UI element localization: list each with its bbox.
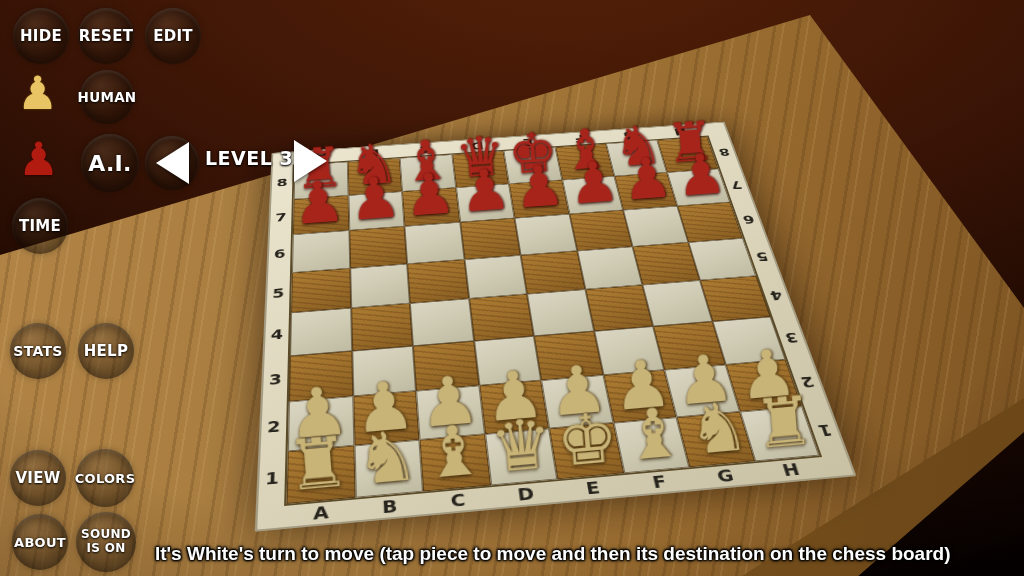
help-button[interactable]: HELP bbox=[78, 323, 134, 379]
square-a1[interactable]: ♜ bbox=[287, 445, 356, 504]
square-g4[interactable] bbox=[642, 280, 712, 326]
square-b5[interactable] bbox=[350, 264, 410, 308]
square-d7[interactable]: ♟ bbox=[456, 184, 515, 223]
piece-red-pawn[interactable]: ♟ bbox=[400, 164, 460, 224]
square-c1[interactable]: ♝ bbox=[419, 434, 490, 492]
square-b1[interactable]: ♞ bbox=[354, 439, 423, 497]
piece-red-pawn[interactable]: ♟ bbox=[455, 160, 514, 220]
square-b7[interactable]: ♟ bbox=[348, 191, 404, 230]
square-g7[interactable]: ♟ bbox=[614, 172, 677, 210]
level-down-button[interactable] bbox=[145, 136, 199, 190]
level-up-button[interactable] bbox=[283, 134, 337, 188]
edit-button[interactable]: EDIT bbox=[145, 8, 201, 64]
piece-red-pawn[interactable]: ♟ bbox=[564, 153, 622, 213]
square-d1[interactable]: ♛ bbox=[484, 428, 557, 485]
square-b4[interactable] bbox=[351, 303, 413, 350]
square-d5[interactable] bbox=[464, 255, 527, 299]
stats-button[interactable]: STATS bbox=[10, 323, 66, 379]
square-f6[interactable] bbox=[569, 210, 632, 251]
square-f5[interactable] bbox=[577, 246, 643, 289]
human-button[interactable]: HUMAN bbox=[80, 70, 134, 124]
colors-button[interactable]: COLORS bbox=[76, 449, 134, 507]
square-f7[interactable]: ♟ bbox=[562, 176, 623, 214]
square-e7[interactable]: ♟ bbox=[509, 180, 569, 218]
square-a6[interactable] bbox=[292, 230, 350, 272]
status-message: It's White's turn to move (tap piece to … bbox=[155, 543, 951, 565]
square-e5[interactable] bbox=[521, 251, 585, 294]
square-e4[interactable] bbox=[527, 289, 594, 335]
level-label: LEVEL 3 bbox=[205, 147, 293, 169]
coordinate-label: 5 bbox=[264, 272, 292, 314]
piece-white-knight[interactable]: ♞ bbox=[683, 391, 753, 465]
red-pawn-icon: ♟ bbox=[18, 136, 59, 182]
piece-white-queen[interactable]: ♛ bbox=[485, 408, 557, 483]
square-a7[interactable]: ♟ bbox=[293, 195, 349, 234]
piece-white-rook[interactable]: ♜ bbox=[749, 386, 819, 459]
square-c6[interactable] bbox=[404, 222, 464, 263]
square-d6[interactable] bbox=[460, 218, 521, 259]
about-button[interactable]: ABOUT bbox=[12, 514, 68, 570]
piece-white-bishop[interactable]: ♝ bbox=[618, 397, 689, 471]
square-e6[interactable] bbox=[515, 214, 577, 255]
piece-red-pawn[interactable]: ♟ bbox=[510, 156, 569, 216]
square-a4[interactable] bbox=[290, 308, 352, 356]
hide-button[interactable]: HIDE bbox=[13, 8, 69, 64]
time-button[interactable]: TIME bbox=[12, 198, 68, 254]
piece-white-rook[interactable]: ♜ bbox=[281, 426, 355, 502]
piece-white-bishop[interactable]: ♝ bbox=[417, 414, 490, 489]
square-c4[interactable] bbox=[410, 299, 474, 346]
reset-button[interactable]: RESET bbox=[78, 8, 134, 64]
square-e1[interactable]: ♚ bbox=[549, 422, 624, 479]
square-f1[interactable]: ♝ bbox=[613, 417, 689, 473]
square-b6[interactable] bbox=[349, 226, 407, 268]
sound-toggle-button[interactable]: SOUND IS ON bbox=[76, 512, 136, 572]
square-a5[interactable] bbox=[291, 268, 351, 313]
square-d4[interactable] bbox=[469, 294, 534, 341]
view-button[interactable]: VIEW bbox=[10, 450, 66, 506]
ai-button[interactable]: A.I. bbox=[81, 134, 139, 192]
square-c5[interactable] bbox=[407, 259, 469, 303]
square-g1[interactable]: ♞ bbox=[676, 411, 754, 467]
coordinate-label: 4 bbox=[262, 313, 291, 358]
piece-red-pawn[interactable]: ♟ bbox=[344, 168, 404, 229]
square-f4[interactable] bbox=[585, 285, 653, 331]
coordinate-label: 6 bbox=[266, 235, 293, 275]
square-c7[interactable]: ♟ bbox=[402, 187, 460, 226]
white-pawn-icon: ♟ bbox=[17, 70, 58, 116]
left-arrow-icon bbox=[156, 142, 189, 184]
piece-white-king[interactable]: ♚ bbox=[552, 402, 624, 476]
piece-white-knight[interactable]: ♞ bbox=[350, 420, 423, 495]
piece-red-pawn[interactable]: ♟ bbox=[618, 149, 676, 209]
right-arrow-icon bbox=[294, 140, 327, 182]
